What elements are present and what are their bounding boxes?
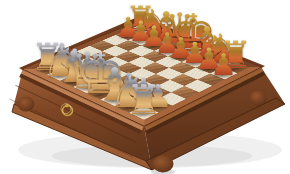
bun-foot-front bbox=[153, 156, 174, 173]
bun-foot-right bbox=[250, 91, 267, 106]
bun-foot-left bbox=[18, 97, 35, 112]
chess-set-photo: ♜♞♟♝♟♛♟♚♟♝♟♞♟♟♜♟♟♜♟♟♞♟♝♟♛♟♚♟♝♟♞♜ bbox=[0, 0, 290, 174]
